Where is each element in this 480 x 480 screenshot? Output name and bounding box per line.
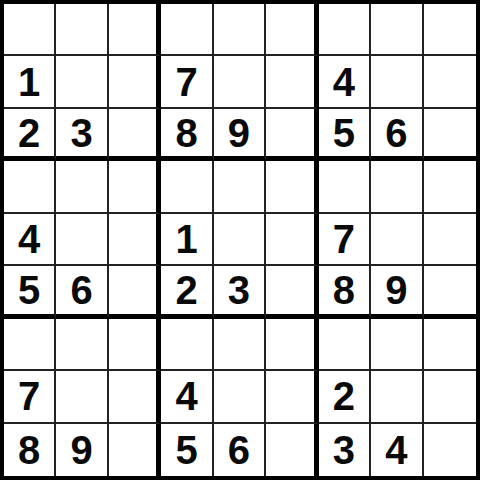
cell-r9c5-given: 6 [214, 424, 266, 476]
cell-r3c9-empty[interactable] [424, 109, 476, 161]
cell-r3c1-given: 2 [4, 109, 56, 161]
cell-r8c7-given: 2 [319, 371, 371, 423]
cell-r2c2-empty[interactable] [56, 56, 108, 108]
cell-r7c1-empty[interactable] [4, 319, 56, 371]
cell-r8c5-empty[interactable] [214, 371, 266, 423]
cell-r9c4-given: 5 [161, 424, 213, 476]
cell-r2c7-given: 4 [319, 56, 371, 108]
cell-r2c8-empty[interactable] [371, 56, 423, 108]
cell-r1c9-empty[interactable] [424, 4, 476, 56]
cell-r6c7-given: 8 [319, 266, 371, 318]
cell-r8c6-empty[interactable] [266, 371, 318, 423]
cell-r3c3-empty[interactable] [109, 109, 161, 161]
cell-r8c2-empty[interactable] [56, 371, 108, 423]
cell-r4c2-empty[interactable] [56, 161, 108, 213]
cell-r3c2-given: 3 [56, 109, 108, 161]
cell-r8c3-empty[interactable] [109, 371, 161, 423]
cell-r7c6-empty[interactable] [266, 319, 318, 371]
cell-r3c6-empty[interactable] [266, 109, 318, 161]
cell-r7c5-empty[interactable] [214, 319, 266, 371]
cell-r6c5-given: 3 [214, 266, 266, 318]
cell-r1c4-empty[interactable] [161, 4, 213, 56]
cell-r4c6-empty[interactable] [266, 161, 318, 213]
cell-r5c5-empty[interactable] [214, 214, 266, 266]
cell-r3c7-given: 5 [319, 109, 371, 161]
cell-r1c8-empty[interactable] [371, 4, 423, 56]
cell-r4c1-empty[interactable] [4, 161, 56, 213]
cell-r1c1-empty[interactable] [4, 4, 56, 56]
cell-r2c3-empty[interactable] [109, 56, 161, 108]
cell-r9c9-empty[interactable] [424, 424, 476, 476]
cell-r5c2-empty[interactable] [56, 214, 108, 266]
cell-r8c8-empty[interactable] [371, 371, 423, 423]
cell-r5c4-given: 1 [161, 214, 213, 266]
cell-r3c8-given: 6 [371, 109, 423, 161]
cell-r8c4-given: 4 [161, 371, 213, 423]
cell-r9c6-empty[interactable] [266, 424, 318, 476]
cell-r1c3-empty[interactable] [109, 4, 161, 56]
cell-r4c4-empty[interactable] [161, 161, 213, 213]
cell-r7c8-empty[interactable] [371, 319, 423, 371]
cell-r4c7-empty[interactable] [319, 161, 371, 213]
cell-r7c4-empty[interactable] [161, 319, 213, 371]
cell-r2c6-empty[interactable] [266, 56, 318, 108]
cell-r5c6-empty[interactable] [266, 214, 318, 266]
cell-r5c7-given: 7 [319, 214, 371, 266]
cell-r7c9-empty[interactable] [424, 319, 476, 371]
cell-r6c8-given: 9 [371, 266, 423, 318]
cell-r7c7-empty[interactable] [319, 319, 371, 371]
cell-r6c2-given: 6 [56, 266, 108, 318]
cell-r2c1-given: 1 [4, 56, 56, 108]
cell-r5c3-empty[interactable] [109, 214, 161, 266]
cell-r6c1-given: 5 [4, 266, 56, 318]
cell-r3c5-given: 9 [214, 109, 266, 161]
cell-r8c1-given: 7 [4, 371, 56, 423]
cell-r9c3-empty[interactable] [109, 424, 161, 476]
cell-r4c8-empty[interactable] [371, 161, 423, 213]
cell-r9c1-given: 8 [4, 424, 56, 476]
sudoku-board: 174238956417562389742895634 [0, 0, 480, 480]
cell-r5c9-empty[interactable] [424, 214, 476, 266]
cell-r4c5-empty[interactable] [214, 161, 266, 213]
cell-r9c7-given: 3 [319, 424, 371, 476]
cell-r6c6-empty[interactable] [266, 266, 318, 318]
cell-r3c4-given: 8 [161, 109, 213, 161]
cell-r4c3-empty[interactable] [109, 161, 161, 213]
cell-r1c7-empty[interactable] [319, 4, 371, 56]
cell-r1c2-empty[interactable] [56, 4, 108, 56]
cell-r2c9-empty[interactable] [424, 56, 476, 108]
cell-r9c2-given: 9 [56, 424, 108, 476]
cell-r6c4-given: 2 [161, 266, 213, 318]
cell-r1c6-empty[interactable] [266, 4, 318, 56]
cell-r8c9-empty[interactable] [424, 371, 476, 423]
cell-r2c5-empty[interactable] [214, 56, 266, 108]
cell-r6c9-empty[interactable] [424, 266, 476, 318]
cell-r5c8-empty[interactable] [371, 214, 423, 266]
sudoku-page: 174238956417562389742895634 [0, 0, 480, 480]
cell-r6c3-empty[interactable] [109, 266, 161, 318]
cell-r9c8-given: 4 [371, 424, 423, 476]
cell-r7c3-empty[interactable] [109, 319, 161, 371]
cell-r1c5-empty[interactable] [214, 4, 266, 56]
cell-r7c2-empty[interactable] [56, 319, 108, 371]
cell-r5c1-given: 4 [4, 214, 56, 266]
cell-r4c9-empty[interactable] [424, 161, 476, 213]
cell-r2c4-given: 7 [161, 56, 213, 108]
